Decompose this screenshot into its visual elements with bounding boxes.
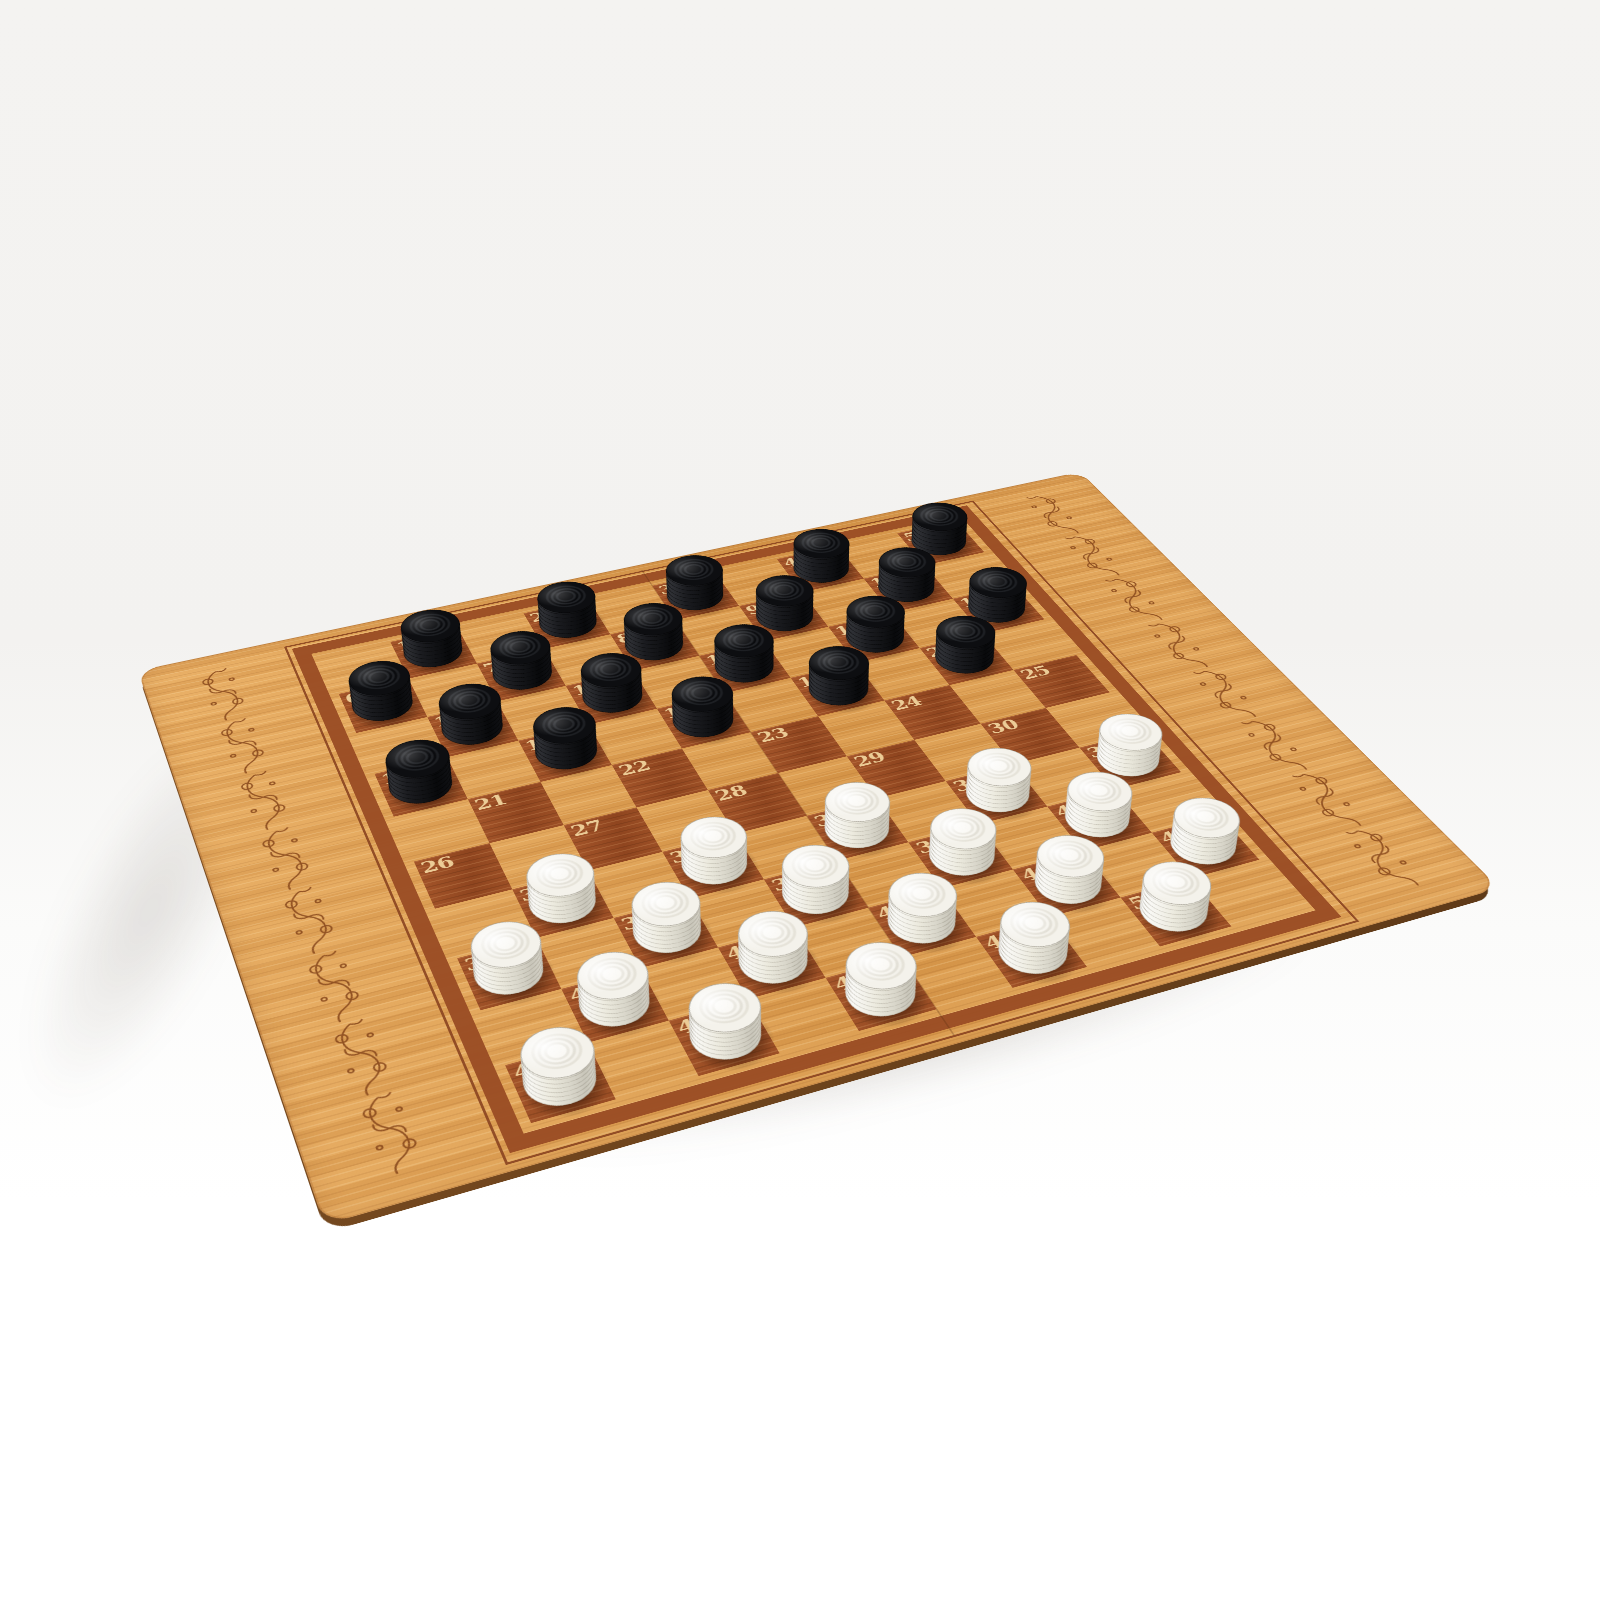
- white-piece[interactable]: [570, 973, 659, 1035]
- square-number: 23: [755, 726, 792, 745]
- white-piece[interactable]: [680, 1005, 772, 1069]
- white-piece[interactable]: [514, 1049, 606, 1116]
- square-number: 8: [614, 631, 635, 645]
- square-number: 5: [901, 531, 922, 544]
- square-number: 20: [924, 642, 959, 659]
- square-number: 15: [957, 593, 992, 609]
- white-piece[interactable]: [520, 875, 604, 931]
- draughts-board: 1234567891011121314151617181920212223242…: [138, 472, 1500, 1225]
- square-number: 3: [656, 583, 676, 596]
- black-piece[interactable]: [382, 761, 460, 811]
- square-number: 12: [570, 680, 605, 698]
- square-number: 18: [661, 702, 697, 721]
- square-number: 14: [832, 621, 867, 638]
- white-piece[interactable]: [728, 933, 818, 993]
- square-number: 19: [795, 672, 831, 690]
- white-piece[interactable]: [624, 904, 711, 962]
- scene: 1234567891011121314151617181920212223242…: [0, 0, 1600, 1600]
- white-piece[interactable]: [1127, 883, 1219, 940]
- white-piece[interactable]: [465, 943, 552, 1003]
- square-number: 7: [481, 660, 501, 675]
- square-number: 6: [343, 691, 363, 706]
- white-piece[interactable]: [834, 964, 926, 1026]
- square-number: 1: [394, 639, 414, 653]
- square-number: 10: [868, 573, 902, 589]
- square-number: 9: [743, 603, 764, 617]
- square-number: 13: [703, 650, 738, 668]
- square-number: 29: [851, 749, 889, 769]
- square-number: 2: [527, 610, 547, 624]
- square-number: 30: [985, 717, 1022, 736]
- square-number: 4: [780, 556, 801, 569]
- white-piece[interactable]: [987, 924, 1080, 983]
- square-number: 11: [431, 710, 466, 729]
- square-number: 25: [1017, 664, 1053, 682]
- square-number: 24: [888, 694, 924, 713]
